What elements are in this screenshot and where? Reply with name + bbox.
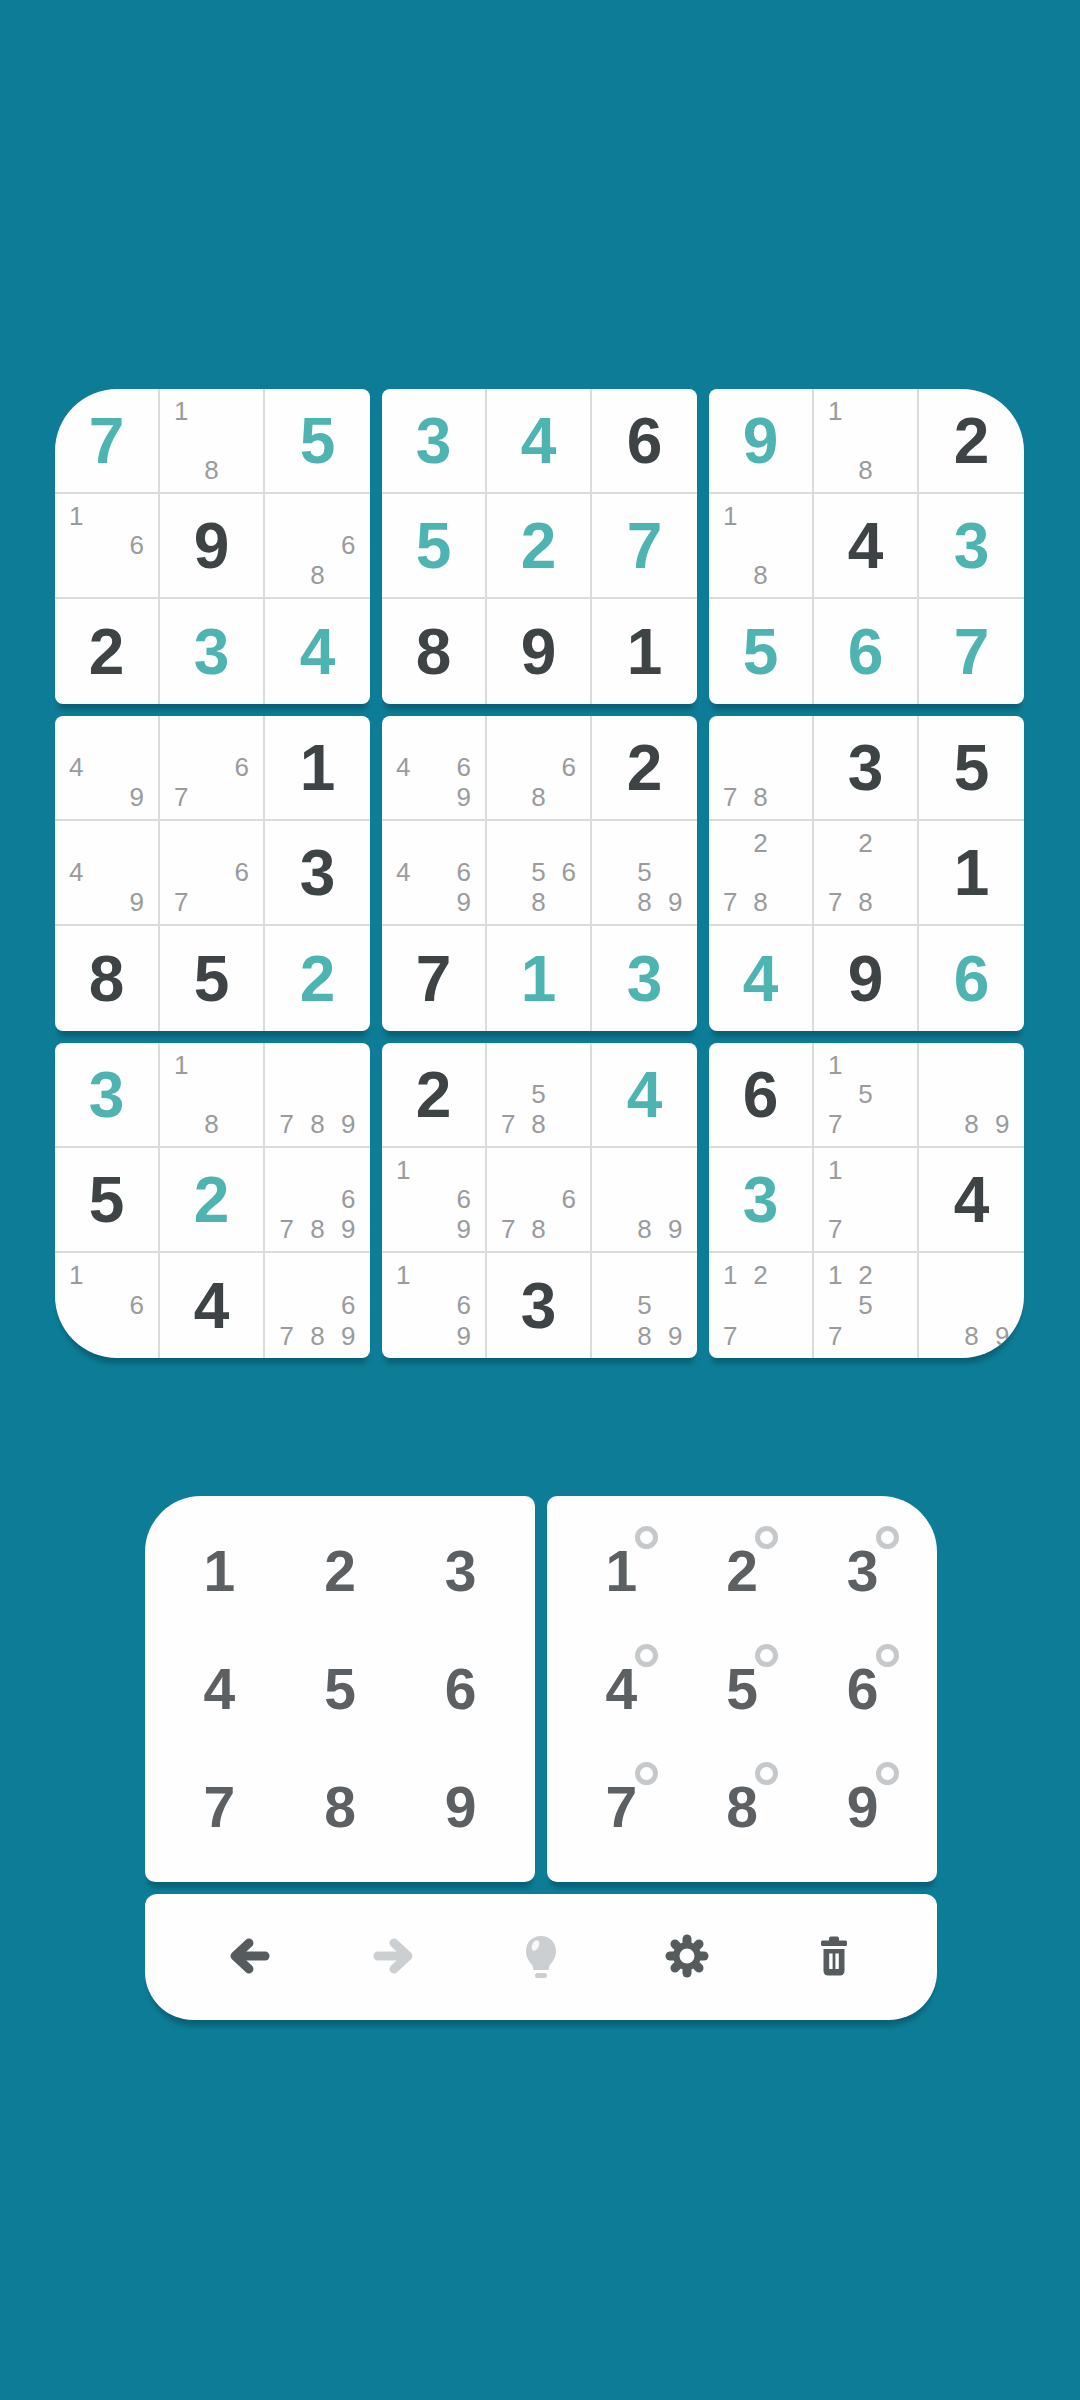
given-digit: 3 (521, 1274, 557, 1338)
note-digit: 6 (227, 858, 257, 888)
cell-r9c3[interactable]: 6789 (265, 1253, 370, 1358)
notepad-key-3[interactable]: 3 (802, 1512, 923, 1630)
box-2: 346527891 (382, 389, 697, 704)
cell-r3c7[interactable]: 5 (709, 599, 814, 704)
cell-r2c1[interactable]: 16 (55, 494, 160, 599)
entered-digit: 3 (954, 514, 990, 578)
cell-r3c9[interactable]: 7 (919, 599, 1024, 704)
note-digit: 9 (333, 1321, 364, 1351)
note-digit: 8 (196, 1109, 226, 1139)
note-digit: 6 (554, 753, 584, 783)
pencil-notes: 6789 (271, 1260, 363, 1350)
note-digit: 8 (850, 887, 880, 917)
given-digit: 2 (416, 1063, 452, 1127)
cell-r5c9[interactable]: 1 (919, 821, 1024, 926)
note-mode-ring-icon (755, 1644, 778, 1667)
note-digit: 1 (166, 396, 196, 426)
numpad-key-2[interactable]: 2 (280, 1512, 401, 1630)
given-digit: 1 (627, 620, 663, 684)
box-6: 78352782781496 (709, 716, 1024, 1031)
pencil-notes: 18 (166, 396, 257, 485)
key-digit: 4 (605, 1656, 637, 1722)
note-digit: 8 (196, 455, 226, 485)
note-digit: 9 (122, 782, 152, 812)
undo-button[interactable] (219, 1928, 277, 1986)
cell-r8c7[interactable]: 3 (709, 1148, 814, 1253)
note-digit: 8 (745, 782, 775, 812)
note-mode-ring-icon (635, 1526, 658, 1549)
note-digit: 1 (61, 1260, 91, 1290)
entered-digit: 7 (89, 409, 125, 473)
note-digit: 8 (523, 1214, 553, 1244)
note-digit: 6 (122, 1290, 152, 1320)
cell-r7c1[interactable]: 3 (55, 1043, 160, 1148)
note-digit: 8 (302, 1109, 333, 1139)
cell-r4c8[interactable]: 3 (814, 716, 919, 821)
note-digit: 1 (820, 1050, 850, 1080)
cell-r1c3[interactable]: 5 (265, 389, 370, 494)
pencil-notes: 18 (820, 396, 911, 485)
note-digit: 9 (333, 1109, 364, 1139)
box-5: 469682469568589713 (382, 716, 697, 1031)
redo-button[interactable] (366, 1928, 424, 1986)
toolbar (145, 1894, 937, 2020)
delete-button[interactable] (805, 1928, 863, 1986)
pencil-notes: 157 (820, 1050, 911, 1139)
cell-r3c5[interactable]: 9 (487, 599, 592, 704)
cell-r4c1[interactable]: 49 (55, 716, 160, 821)
lightbulb-icon (517, 1932, 565, 1983)
box-7: 3187895267891646789 (55, 1043, 370, 1358)
note-mode-ring-icon (635, 1762, 658, 1785)
cell-r4c6[interactable]: 2 (592, 716, 697, 821)
note-digit: 6 (227, 753, 257, 783)
pencil-notes: 89 (925, 1050, 1017, 1139)
numpad-key-5[interactable]: 5 (280, 1630, 401, 1748)
cell-r1c2[interactable]: 18 (160, 389, 265, 494)
entered-digit: 7 (954, 620, 990, 684)
cell-r2c3[interactable]: 68 (265, 494, 370, 599)
note-digit: 5 (523, 858, 553, 888)
note-digit: 8 (523, 1109, 553, 1139)
notepad-key-9[interactable]: 9 (802, 1748, 923, 1866)
given-digit: 9 (848, 947, 884, 1011)
entered-digit: 5 (300, 409, 336, 473)
note-digit: 8 (956, 1109, 987, 1139)
note-digit: 7 (715, 887, 745, 917)
note-digit: 8 (745, 887, 775, 917)
cell-r2c4[interactable]: 5 (382, 494, 487, 599)
cell-r1c9[interactable]: 2 (919, 389, 1024, 494)
given-digit: 1 (954, 841, 990, 905)
note-digit: 9 (449, 1214, 479, 1244)
key-digit: 1 (605, 1538, 637, 1604)
cell-r6c2[interactable]: 5 (160, 926, 265, 1031)
note-digit: 1 (388, 1155, 418, 1185)
note-digit: 5 (629, 858, 660, 888)
note-digit: 9 (449, 782, 479, 812)
given-digit: 1 (300, 736, 336, 800)
note-digit: 8 (302, 1321, 333, 1351)
note-digit: 4 (61, 858, 91, 888)
given-digit: 8 (89, 947, 125, 1011)
given-digit: 6 (627, 409, 663, 473)
cell-r2c6[interactable]: 7 (592, 494, 697, 599)
cell-r8c1[interactable]: 5 (55, 1148, 160, 1253)
key-digit: 1 (203, 1538, 235, 1604)
cell-r4c2[interactable]: 67 (160, 716, 265, 821)
pencil-notes: 18 (166, 1050, 257, 1139)
pencil-notes: 17 (820, 1155, 911, 1244)
note-digit: 7 (166, 782, 196, 812)
pencil-notes: 67 (166, 723, 257, 812)
notepad-key-5[interactable]: 5 (682, 1630, 803, 1748)
box-9: 6157893174127125789 (709, 1043, 1024, 1358)
cell-r5c3[interactable]: 3 (265, 821, 370, 926)
key-digit: 3 (445, 1538, 477, 1604)
note-digit: 2 (745, 1260, 775, 1290)
cell-r3c6[interactable]: 1 (592, 599, 697, 704)
note-digit: 8 (523, 887, 553, 917)
note-digit: 7 (166, 887, 196, 917)
cell-r8c3[interactable]: 6789 (265, 1148, 370, 1253)
given-digit: 4 (194, 1274, 230, 1338)
cell-r8c5[interactable]: 678 (487, 1148, 592, 1253)
given-digit: 2 (627, 736, 663, 800)
cell-r6c5[interactable]: 1 (487, 926, 592, 1031)
cell-r2c9[interactable]: 3 (919, 494, 1024, 599)
entered-digit: 7 (627, 514, 663, 578)
cell-r1c6[interactable]: 6 (592, 389, 697, 494)
notepad-key-2[interactable]: 2 (682, 1512, 803, 1630)
cell-r5c7[interactable]: 278 (709, 821, 814, 926)
entered-digit: 4 (521, 409, 557, 473)
key-digit: 4 (203, 1656, 235, 1722)
entered-digit: 1 (521, 947, 557, 1011)
note-digit: 5 (850, 1290, 880, 1320)
cell-r2c8[interactable]: 4 (814, 494, 919, 599)
note-digit: 8 (629, 887, 660, 917)
given-digit: 2 (89, 620, 125, 684)
note-digit: 8 (523, 782, 553, 812)
note-digit: 8 (629, 1214, 660, 1244)
given-digit: 9 (521, 620, 557, 684)
given-digit: 8 (416, 620, 452, 684)
cell-r5c5[interactable]: 568 (487, 821, 592, 926)
box-8: 25784169678891693589 (382, 1043, 697, 1358)
numpad-notes: 123456789 (547, 1496, 937, 1882)
cell-r3c8[interactable]: 6 (814, 599, 919, 704)
key-digit: 5 (324, 1656, 356, 1722)
note-digit: 7 (820, 1109, 850, 1139)
note-digit: 2 (850, 828, 880, 858)
note-digit: 7 (271, 1109, 302, 1139)
pencil-notes: 169 (388, 1155, 479, 1244)
entered-digit: 2 (300, 947, 336, 1011)
pencil-notes: 127 (715, 1260, 806, 1350)
note-mode-ring-icon (876, 1526, 899, 1549)
cell-r4c5[interactable]: 68 (487, 716, 592, 821)
sudoku-board: 7185169682343465278919182184356749671496… (55, 389, 1024, 1358)
numpad-key-7[interactable]: 7 (159, 1748, 280, 1866)
cell-r2c2[interactable]: 9 (160, 494, 265, 599)
cell-r8c6[interactable]: 89 (592, 1148, 697, 1253)
entered-digit: 2 (521, 514, 557, 578)
pencil-notes: 89 (598, 1155, 690, 1244)
note-digit: 1 (715, 501, 745, 531)
key-digit: 6 (445, 1656, 477, 1722)
cell-r6c3[interactable]: 2 (265, 926, 370, 1031)
cell-r2c5[interactable]: 2 (487, 494, 592, 599)
cell-r5c6[interactable]: 589 (592, 821, 697, 926)
note-digit: 1 (715, 1260, 745, 1290)
note-digit: 6 (449, 1290, 479, 1320)
cell-r5c4[interactable]: 469 (382, 821, 487, 926)
given-digit: 2 (954, 409, 990, 473)
note-digit: 7 (271, 1214, 302, 1244)
pencil-notes: 78 (715, 723, 806, 812)
entered-digit: 2 (194, 1168, 230, 1232)
cell-r7c4[interactable]: 2 (382, 1043, 487, 1148)
cell-r6c9[interactable]: 6 (919, 926, 1024, 1031)
note-digit: 7 (715, 1321, 745, 1351)
key-digit: 5 (726, 1656, 758, 1722)
note-digit: 8 (302, 1214, 333, 1244)
note-digit: 2 (745, 828, 775, 858)
pencil-notes: 469 (388, 828, 479, 917)
note-digit: 9 (660, 1214, 691, 1244)
cell-r1c7[interactable]: 9 (709, 389, 814, 494)
cell-r7c6[interactable]: 4 (592, 1043, 697, 1148)
entered-digit: 3 (627, 947, 663, 1011)
entered-digit: 3 (416, 409, 452, 473)
cell-r1c8[interactable]: 18 (814, 389, 919, 494)
cell-r6c8[interactable]: 9 (814, 926, 919, 1031)
given-digit: 5 (89, 1168, 125, 1232)
cell-r4c7[interactable]: 78 (709, 716, 814, 821)
note-digit: 9 (333, 1214, 364, 1244)
notepad-key-7[interactable]: 7 (561, 1748, 682, 1866)
entered-digit: 9 (743, 409, 779, 473)
given-digit: 9 (194, 514, 230, 578)
cell-r1c1[interactable]: 7 (55, 389, 160, 494)
key-digit: 8 (726, 1774, 758, 1840)
note-digit: 9 (660, 1321, 691, 1351)
numpad-key-4[interactable]: 4 (159, 1630, 280, 1748)
cell-r6c4[interactable]: 7 (382, 926, 487, 1031)
notepad-key-6[interactable]: 6 (802, 1630, 923, 1748)
key-digit: 6 (847, 1656, 879, 1722)
note-mode-ring-icon (755, 1762, 778, 1785)
note-digit: 9 (987, 1321, 1018, 1351)
trash-icon (810, 1932, 858, 1983)
cell-r1c4[interactable]: 3 (382, 389, 487, 494)
cell-r9c7[interactable]: 127 (709, 1253, 814, 1358)
note-digit: 7 (820, 1214, 850, 1244)
entered-digit: 3 (89, 1063, 125, 1127)
cell-r5c2[interactable]: 67 (160, 821, 265, 926)
cell-r6c6[interactable]: 3 (592, 926, 697, 1031)
entered-digit: 5 (416, 514, 452, 578)
entered-digit: 4 (300, 620, 336, 684)
key-digit: 9 (847, 1774, 879, 1840)
given-digit: 4 (954, 1168, 990, 1232)
note-digit: 6 (554, 1185, 584, 1215)
given-digit: 4 (848, 514, 884, 578)
pencil-notes: 1257 (820, 1260, 911, 1350)
note-mode-ring-icon (876, 1644, 899, 1667)
note-digit: 6 (449, 753, 479, 783)
cell-r9c6[interactable]: 589 (592, 1253, 697, 1358)
note-digit: 4 (61, 753, 91, 783)
cell-r4c3[interactable]: 1 (265, 716, 370, 821)
cell-r3c3[interactable]: 4 (265, 599, 370, 704)
cell-r7c2[interactable]: 18 (160, 1043, 265, 1148)
cell-r3c4[interactable]: 8 (382, 599, 487, 704)
note-digit: 8 (629, 1321, 660, 1351)
entered-digit: 4 (627, 1063, 663, 1127)
cell-r9c8[interactable]: 1257 (814, 1253, 919, 1358)
key-digit: 2 (726, 1538, 758, 1604)
pencil-notes: 18 (715, 501, 806, 590)
entered-digit: 6 (848, 620, 884, 684)
pencil-notes: 169 (388, 1260, 479, 1350)
pencil-notes: 589 (598, 828, 690, 917)
cell-r9c9[interactable]: 89 (919, 1253, 1024, 1358)
pencil-notes: 568 (493, 828, 584, 917)
note-digit: 7 (820, 1321, 850, 1351)
cell-r9c5[interactable]: 3 (487, 1253, 592, 1358)
cell-r8c4[interactable]: 169 (382, 1148, 487, 1253)
note-digit: 5 (629, 1290, 660, 1320)
note-digit: 2 (850, 1260, 880, 1290)
given-digit: 3 (848, 736, 884, 800)
pencil-notes: 6789 (271, 1155, 363, 1244)
note-digit: 6 (333, 1185, 364, 1215)
note-digit: 1 (388, 1260, 418, 1290)
box-1: 718516968234 (55, 389, 370, 704)
note-digit: 7 (493, 1109, 523, 1139)
note-digit: 1 (166, 1050, 196, 1080)
given-digit: 3 (300, 841, 336, 905)
note-digit: 8 (745, 560, 775, 590)
note-mode-ring-icon (635, 1644, 658, 1667)
note-digit: 1 (61, 501, 91, 531)
given-digit: 5 (194, 947, 230, 1011)
note-digit: 1 (820, 396, 850, 426)
pencil-notes: 68 (271, 501, 363, 590)
hint-button[interactable] (512, 1928, 570, 1986)
cell-r7c7[interactable]: 6 (709, 1043, 814, 1148)
cell-r1c5[interactable]: 4 (487, 389, 592, 494)
note-digit: 9 (660, 887, 691, 917)
cell-r6c7[interactable]: 4 (709, 926, 814, 1031)
cell-r7c8[interactable]: 157 (814, 1043, 919, 1148)
notepad-key-8[interactable]: 8 (682, 1748, 803, 1866)
pencil-notes: 589 (598, 1260, 690, 1350)
pencil-notes: 49 (61, 828, 152, 917)
note-digit: 6 (554, 858, 584, 888)
redo-arrow-icon (371, 1932, 419, 1983)
numpad-key-6[interactable]: 6 (400, 1630, 521, 1748)
note-digit: 1 (820, 1155, 850, 1185)
settings-button[interactable] (658, 1928, 716, 1986)
note-digit: 6 (333, 1290, 364, 1320)
cell-r9c2[interactable]: 4 (160, 1253, 265, 1358)
note-digit: 8 (850, 455, 880, 485)
cell-r4c4[interactable]: 469 (382, 716, 487, 821)
pencil-notes: 469 (388, 723, 479, 812)
note-digit: 8 (302, 560, 333, 590)
cell-r9c1[interactable]: 16 (55, 1253, 160, 1358)
cell-r5c1[interactable]: 49 (55, 821, 160, 926)
note-digit: 4 (388, 753, 418, 783)
entered-digit: 3 (194, 620, 230, 684)
note-digit: 4 (388, 858, 418, 888)
note-digit: 9 (449, 887, 479, 917)
cell-r8c9[interactable]: 4 (919, 1148, 1024, 1253)
pencil-notes: 16 (61, 1260, 152, 1350)
notepad-key-4[interactable]: 4 (561, 1630, 682, 1748)
key-digit: 2 (324, 1538, 356, 1604)
cell-r7c9[interactable]: 89 (919, 1043, 1024, 1148)
key-digit: 7 (203, 1774, 235, 1840)
entered-digit: 5 (743, 620, 779, 684)
cell-r8c2[interactable]: 2 (160, 1148, 265, 1253)
given-digit: 5 (954, 736, 990, 800)
cell-r6c1[interactable]: 8 (55, 926, 160, 1031)
entered-digit: 4 (743, 947, 779, 1011)
note-digit: 8 (956, 1321, 987, 1351)
key-digit: 7 (605, 1774, 637, 1840)
numpad-normal: 123456789 (145, 1496, 535, 1882)
cell-r2c7[interactable]: 18 (709, 494, 814, 599)
numpad-key-1[interactable]: 1 (159, 1512, 280, 1630)
pencil-notes: 278 (715, 828, 806, 917)
pencil-notes: 89 (925, 1260, 1017, 1350)
notepad-key-1[interactable]: 1 (561, 1512, 682, 1630)
pencil-notes: 49 (61, 723, 152, 812)
key-digit: 8 (324, 1774, 356, 1840)
cell-r8c8[interactable]: 17 (814, 1148, 919, 1253)
pencil-notes: 16 (61, 501, 152, 590)
numpad-key-8[interactable]: 8 (280, 1748, 401, 1866)
entered-digit: 3 (743, 1168, 779, 1232)
key-digit: 9 (445, 1774, 477, 1840)
note-digit: 6 (333, 531, 364, 561)
pencil-notes: 67 (166, 828, 257, 917)
numpad-key-3[interactable]: 3 (400, 1512, 521, 1630)
note-mode-ring-icon (876, 1762, 899, 1785)
numpad-key-9[interactable]: 9 (400, 1748, 521, 1866)
cell-r7c5[interactable]: 578 (487, 1043, 592, 1148)
cell-r7c3[interactable]: 789 (265, 1043, 370, 1148)
pencil-notes: 678 (493, 1155, 584, 1244)
note-digit: 7 (820, 887, 850, 917)
pencil-notes: 68 (493, 723, 584, 812)
cell-r3c1[interactable]: 2 (55, 599, 160, 704)
cell-r9c4[interactable]: 169 (382, 1253, 487, 1358)
note-digit: 6 (449, 1185, 479, 1215)
gear-icon (663, 1932, 711, 1983)
cell-r3c2[interactable]: 3 (160, 599, 265, 704)
note-digit: 7 (715, 782, 745, 812)
note-digit: 6 (449, 858, 479, 888)
key-digit: 3 (847, 1538, 879, 1604)
cell-r4c9[interactable]: 5 (919, 716, 1024, 821)
cell-r5c8[interactable]: 278 (814, 821, 919, 926)
note-digit: 5 (850, 1080, 880, 1110)
